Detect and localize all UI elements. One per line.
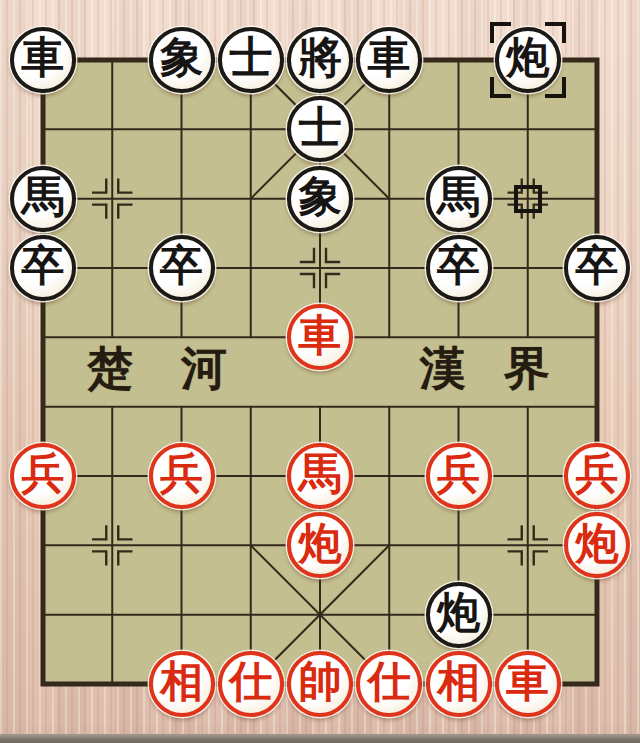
piece-label: 車: [506, 660, 549, 703]
last-move-origin-marker: [514, 185, 542, 213]
board-grid-pieces[interactable]: 車象士將車炮士馬象馬卒卒卒卒炮車兵兵馬兵兵炮炮相仕帥仕相車: [8, 25, 631, 718]
piece-black-炮[interactable]: 炮: [426, 582, 492, 648]
piece-label: 卒: [22, 244, 65, 287]
piece-label: 士: [229, 36, 272, 79]
piece-black-卒[interactable]: 卒: [149, 235, 215, 301]
piece-black-車[interactable]: 車: [10, 27, 76, 93]
piece-red-帥[interactable]: 帥: [287, 651, 353, 717]
piece-label: 仕: [229, 660, 272, 703]
piece-black-馬[interactable]: 馬: [426, 166, 492, 232]
piece-label: 相: [437, 660, 480, 703]
piece-label: 兵: [160, 452, 203, 495]
piece-black-卒[interactable]: 卒: [10, 235, 76, 301]
piece-red-仕[interactable]: 仕: [218, 651, 284, 717]
piece-label: 兵: [437, 452, 480, 495]
piece-label: 卒: [576, 244, 619, 287]
piece-red-兵[interactable]: 兵: [10, 443, 76, 509]
piece-label: 仕: [368, 660, 411, 703]
piece-label: 馬: [22, 175, 65, 218]
piece-black-象[interactable]: 象: [287, 166, 353, 232]
piece-label: 馬: [299, 452, 342, 495]
piece-label: 帥: [299, 660, 342, 703]
piece-black-卒[interactable]: 卒: [426, 235, 492, 301]
piece-black-士[interactable]: 士: [287, 96, 353, 162]
piece-label: 象: [299, 175, 342, 218]
piece-red-馬[interactable]: 馬: [287, 443, 353, 509]
piece-red-炮[interactable]: 炮: [287, 512, 353, 578]
piece-label: 相: [160, 660, 203, 703]
piece-black-將[interactable]: 將: [287, 27, 353, 93]
piece-black-卒[interactable]: 卒: [564, 235, 630, 301]
piece-black-炮[interactable]: 炮: [495, 27, 561, 93]
piece-label: 卒: [437, 244, 480, 287]
piece-label: 炮: [576, 522, 619, 565]
piece-label: 車: [368, 36, 411, 79]
piece-label: 兵: [22, 452, 65, 495]
table-edge: [0, 734, 640, 743]
piece-label: 炮: [437, 591, 480, 634]
piece-red-車[interactable]: 車: [287, 304, 353, 370]
piece-red-仕[interactable]: 仕: [356, 651, 422, 717]
piece-black-車[interactable]: 車: [356, 27, 422, 93]
piece-red-兵[interactable]: 兵: [426, 443, 492, 509]
piece-black-馬[interactable]: 馬: [10, 166, 76, 232]
piece-label: 士: [299, 106, 342, 149]
piece-red-兵[interactable]: 兵: [564, 443, 630, 509]
piece-label: 兵: [576, 452, 619, 495]
piece-label: 將: [299, 36, 342, 79]
piece-red-車[interactable]: 車: [495, 651, 561, 717]
piece-label: 車: [22, 36, 65, 79]
piece-label: 馬: [437, 175, 480, 218]
piece-black-象[interactable]: 象: [149, 27, 215, 93]
xiangqi-app: 楚 河 漢 界 車象士將車炮士馬象馬卒卒卒卒炮車兵兵馬兵兵炮炮相仕帥仕相車: [0, 0, 640, 743]
piece-black-士[interactable]: 士: [218, 27, 284, 93]
piece-label: 卒: [160, 244, 203, 287]
piece-label: 炮: [299, 522, 342, 565]
piece-red-相[interactable]: 相: [149, 651, 215, 717]
piece-label: 車: [299, 314, 342, 357]
piece-red-炮[interactable]: 炮: [564, 512, 630, 578]
piece-label: 炮: [506, 36, 549, 79]
piece-red-兵[interactable]: 兵: [149, 443, 215, 509]
piece-label: 象: [160, 36, 203, 79]
piece-red-相[interactable]: 相: [426, 651, 492, 717]
